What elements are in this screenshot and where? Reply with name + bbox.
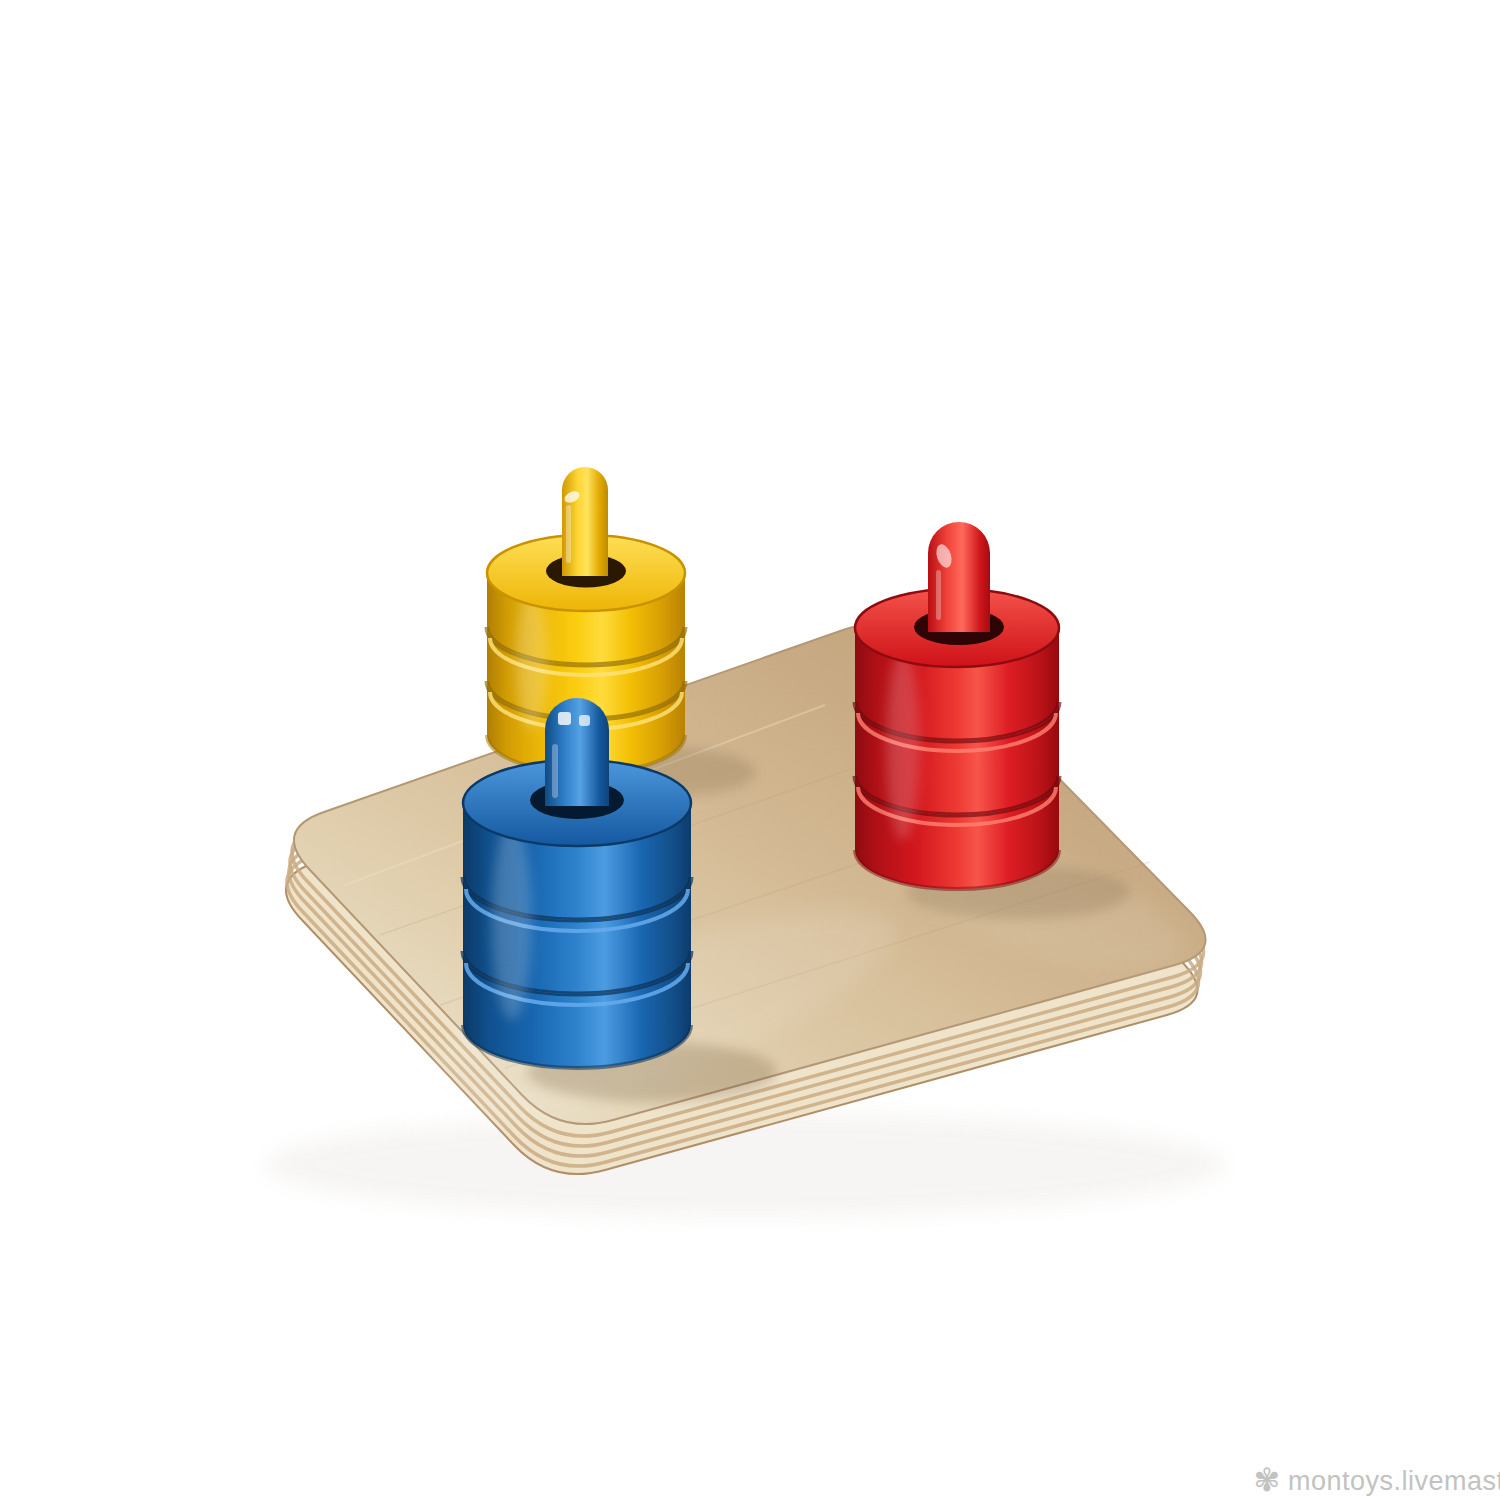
product-photo-stage: ✾ montoys.livemaster.ru [0, 0, 1500, 1500]
watermark: ✾ montoys.livemaster.ru [1254, 1462, 1500, 1498]
yellow-side-sheen [516, 590, 548, 730]
blue-side-sheen [492, 820, 532, 1020]
watermark-text: montoys.livemaster.ru [1288, 1466, 1500, 1496]
yellow-peg-streak [566, 505, 571, 563]
scene-image: ✾ montoys.livemaster.ru [0, 0, 1500, 1500]
red-stack[interactable] [855, 522, 1059, 889]
watermark-flower-icon: ✾ [1254, 1462, 1281, 1498]
red-peg-streak [936, 570, 941, 620]
blue-peg-glint [558, 712, 571, 725]
blue-peg-glint [579, 715, 590, 726]
blue-peg-streak [552, 744, 558, 798]
red-side-sheen [886, 650, 920, 840]
